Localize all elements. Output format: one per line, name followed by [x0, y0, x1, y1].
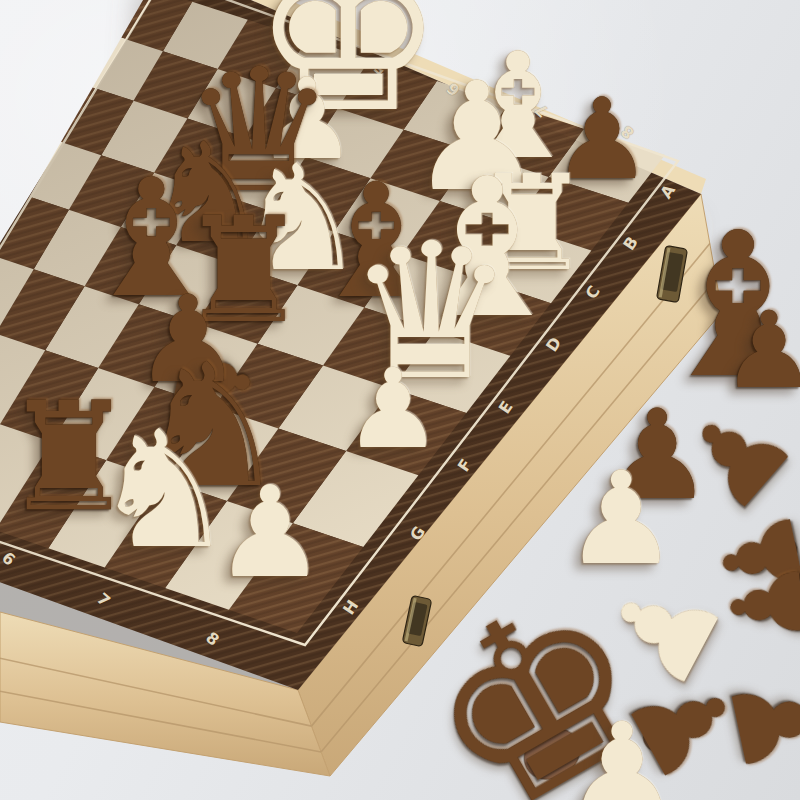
pieces-layer: ♚♝♟♟♟♛♞♜♞♝♝♝♜♟♝♛♟♟♟♟♞♟♜♞♟♟♟♟♟♚♟♟♟	[0, 0, 800, 800]
piece-f8-white-pawn[interactable]: ♟	[344, 354, 443, 464]
captured-white-pawn-standing[interactable]: ♟	[563, 705, 681, 800]
chess-set-scene: 8765ABCDEFGH876 ♚♝♟♟♟♛♞♜♞♝♝♝♜♟♝♛♟♟♟♟♞♟♜♞…	[0, 0, 800, 800]
piece-h8-white-pawn[interactable]: ♟	[214, 470, 327, 596]
